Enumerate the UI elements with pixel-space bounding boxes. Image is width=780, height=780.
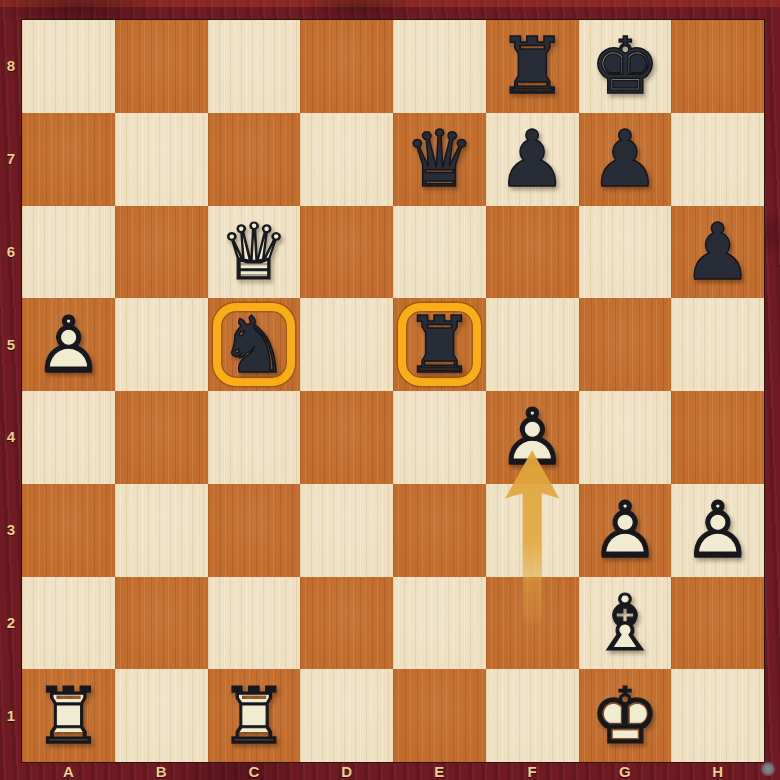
square-g2[interactable]: ♝♗ bbox=[579, 577, 672, 670]
rank-label-8: 8 bbox=[0, 57, 22, 74]
square-b7[interactable] bbox=[115, 113, 208, 206]
square-f3[interactable] bbox=[486, 484, 579, 577]
board-frame: ♜♚♛♟♟♛♕♟♟♙♞♜♟♙♟♙♟♙♝♗♜♖♜♖♚♔ 87654321ABCDE… bbox=[0, 0, 780, 780]
file-label-e: E bbox=[424, 763, 454, 779]
square-e5[interactable]: ♜ bbox=[393, 298, 486, 391]
piece-white-rook-c1[interactable]: ♜♖ bbox=[208, 669, 301, 762]
piece-black-king-g8[interactable]: ♚ bbox=[579, 20, 672, 113]
square-c7[interactable] bbox=[208, 113, 301, 206]
file-label-a: A bbox=[53, 763, 83, 779]
white-queen-outline-icon: ♕ bbox=[208, 206, 301, 299]
white-pawn-outline-icon: ♙ bbox=[22, 298, 115, 391]
square-h3[interactable]: ♟♙ bbox=[671, 484, 764, 577]
square-d8[interactable] bbox=[300, 20, 393, 113]
piece-white-queen-c6[interactable]: ♛♕ bbox=[208, 206, 301, 299]
rank-label-1: 1 bbox=[0, 707, 22, 724]
square-c4[interactable] bbox=[208, 391, 301, 484]
piece-white-pawn-h3[interactable]: ♟♙ bbox=[671, 484, 764, 577]
white-pawn-outline-icon: ♙ bbox=[671, 484, 764, 577]
square-g4[interactable] bbox=[579, 391, 672, 484]
square-c6[interactable]: ♛♕ bbox=[208, 206, 301, 299]
square-b2[interactable] bbox=[115, 577, 208, 670]
square-a3[interactable] bbox=[22, 484, 115, 577]
black-king-icon: ♚ bbox=[579, 20, 672, 113]
square-h7[interactable] bbox=[671, 113, 764, 206]
rank-label-3: 3 bbox=[0, 521, 22, 538]
rank-label-5: 5 bbox=[0, 336, 22, 353]
square-d3[interactable] bbox=[300, 484, 393, 577]
square-c3[interactable] bbox=[208, 484, 301, 577]
piece-black-pawn-g7[interactable]: ♟ bbox=[579, 113, 672, 206]
square-a6[interactable] bbox=[22, 206, 115, 299]
piece-black-rook-f8[interactable]: ♜ bbox=[486, 20, 579, 113]
piece-white-rook-a1[interactable]: ♜♖ bbox=[22, 669, 115, 762]
square-e4[interactable] bbox=[393, 391, 486, 484]
square-d1[interactable] bbox=[300, 669, 393, 762]
square-d5[interactable] bbox=[300, 298, 393, 391]
rank-label-4: 4 bbox=[0, 428, 22, 445]
rank-label-2: 2 bbox=[0, 614, 22, 631]
black-rook-icon: ♜ bbox=[393, 298, 486, 391]
square-e3[interactable] bbox=[393, 484, 486, 577]
file-label-h: H bbox=[703, 763, 733, 779]
square-e2[interactable] bbox=[393, 577, 486, 670]
corner-indicator-dot bbox=[760, 761, 776, 777]
square-b8[interactable] bbox=[115, 20, 208, 113]
piece-black-queen-e7[interactable]: ♛ bbox=[393, 113, 486, 206]
square-c2[interactable] bbox=[208, 577, 301, 670]
square-a5[interactable]: ♟♙ bbox=[22, 298, 115, 391]
square-f4[interactable]: ♟♙ bbox=[486, 391, 579, 484]
white-bishop-outline-icon: ♗ bbox=[579, 577, 672, 670]
square-c8[interactable] bbox=[208, 20, 301, 113]
square-b5[interactable] bbox=[115, 298, 208, 391]
square-g1[interactable]: ♚♔ bbox=[579, 669, 672, 762]
file-label-g: G bbox=[610, 763, 640, 779]
square-a4[interactable] bbox=[22, 391, 115, 484]
square-e7[interactable]: ♛ bbox=[393, 113, 486, 206]
square-h1[interactable] bbox=[671, 669, 764, 762]
piece-white-bishop-g2[interactable]: ♝♗ bbox=[579, 577, 672, 670]
square-h2[interactable] bbox=[671, 577, 764, 670]
piece-white-pawn-f4[interactable]: ♟♙ bbox=[486, 391, 579, 484]
rank-label-6: 6 bbox=[0, 243, 22, 260]
black-pawn-icon: ♟ bbox=[579, 113, 672, 206]
square-e6[interactable] bbox=[393, 206, 486, 299]
square-a2[interactable] bbox=[22, 577, 115, 670]
square-e8[interactable] bbox=[393, 20, 486, 113]
square-f7[interactable]: ♟ bbox=[486, 113, 579, 206]
white-pawn-outline-icon: ♙ bbox=[579, 484, 672, 577]
piece-white-king-g1[interactable]: ♚♔ bbox=[579, 669, 672, 762]
square-c5[interactable]: ♞ bbox=[208, 298, 301, 391]
white-rook-outline-icon: ♖ bbox=[208, 669, 301, 762]
black-knight-icon: ♞ bbox=[208, 298, 301, 391]
black-pawn-icon: ♟ bbox=[671, 206, 764, 299]
square-g3[interactable]: ♟♙ bbox=[579, 484, 672, 577]
square-d2[interactable] bbox=[300, 577, 393, 670]
square-d6[interactable] bbox=[300, 206, 393, 299]
white-rook-outline-icon: ♖ bbox=[22, 669, 115, 762]
square-f1[interactable] bbox=[486, 669, 579, 762]
chess-board: ♜♚♛♟♟♛♕♟♟♙♞♜♟♙♟♙♟♙♝♗♜♖♜♖♚♔ bbox=[22, 20, 764, 762]
piece-white-pawn-g3[interactable]: ♟♙ bbox=[579, 484, 672, 577]
square-b4[interactable] bbox=[115, 391, 208, 484]
square-f5[interactable] bbox=[486, 298, 579, 391]
square-d7[interactable] bbox=[300, 113, 393, 206]
square-f6[interactable] bbox=[486, 206, 579, 299]
square-h6[interactable]: ♟ bbox=[671, 206, 764, 299]
square-g5[interactable] bbox=[579, 298, 672, 391]
black-pawn-icon: ♟ bbox=[486, 113, 579, 206]
square-g8[interactable]: ♚ bbox=[579, 20, 672, 113]
square-h4[interactable] bbox=[671, 391, 764, 484]
square-b1[interactable] bbox=[115, 669, 208, 762]
black-queen-icon: ♛ bbox=[393, 113, 486, 206]
square-g6[interactable] bbox=[579, 206, 672, 299]
file-label-d: D bbox=[332, 763, 362, 779]
white-king-outline-icon: ♔ bbox=[579, 669, 672, 762]
square-g7[interactable]: ♟ bbox=[579, 113, 672, 206]
square-b3[interactable] bbox=[115, 484, 208, 577]
piece-black-knight-c5[interactable]: ♞ bbox=[208, 298, 301, 391]
white-pawn-outline-icon: ♙ bbox=[486, 391, 579, 484]
piece-black-pawn-f7[interactable]: ♟ bbox=[486, 113, 579, 206]
file-label-f: F bbox=[517, 763, 547, 779]
piece-black-pawn-h6[interactable]: ♟ bbox=[671, 206, 764, 299]
file-label-c: C bbox=[239, 763, 269, 779]
square-d4[interactable] bbox=[300, 391, 393, 484]
file-label-b: B bbox=[146, 763, 176, 779]
square-h8[interactable] bbox=[671, 20, 764, 113]
square-a1[interactable]: ♜♖ bbox=[22, 669, 115, 762]
piece-white-pawn-a5[interactable]: ♟♙ bbox=[22, 298, 115, 391]
square-c1[interactable]: ♜♖ bbox=[208, 669, 301, 762]
square-b6[interactable] bbox=[115, 206, 208, 299]
rank-label-7: 7 bbox=[0, 150, 22, 167]
square-a8[interactable] bbox=[22, 20, 115, 113]
square-h5[interactable] bbox=[671, 298, 764, 391]
square-e1[interactable] bbox=[393, 669, 486, 762]
square-f2[interactable] bbox=[486, 577, 579, 670]
square-a7[interactable] bbox=[22, 113, 115, 206]
square-f8[interactable]: ♜ bbox=[486, 20, 579, 113]
piece-black-rook-e5[interactable]: ♜ bbox=[393, 298, 486, 391]
black-rook-icon: ♜ bbox=[486, 20, 579, 113]
